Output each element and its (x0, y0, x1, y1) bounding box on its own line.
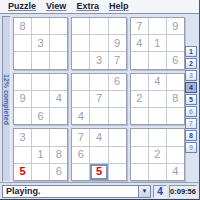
sudoku-cell-r7c2[interactable] (32, 129, 49, 145)
sudoku-cell-r5c9[interactable]: 8 (167, 91, 184, 107)
sudoku-cell-r4c6[interactable]: 6 (109, 74, 126, 90)
sudoku-cell-r6c5[interactable] (90, 108, 107, 124)
sudoku-cell-r7c3[interactable] (50, 129, 67, 145)
sudoku-cell-r1c5[interactable] (90, 18, 107, 34)
sudoku-cell-r6c9[interactable] (167, 108, 184, 124)
sudoku-cell-r6c1[interactable] (14, 108, 31, 124)
sudoku-box: 7465 (71, 128, 126, 181)
number-button-9[interactable]: 9 (185, 142, 197, 153)
sudoku-cell-r9c2[interactable] (32, 164, 49, 180)
timer: 0:09:56 (169, 185, 197, 198)
sudoku-cell-r4c5[interactable] (90, 74, 107, 90)
status-bar: Playing. ▼ 4 0:09:56 (0, 182, 199, 199)
number-button-6[interactable]: 6 (185, 106, 197, 117)
sudoku-cell-r9c4[interactable] (72, 164, 89, 180)
sudoku-cell-r8c8[interactable]: 2 (149, 147, 166, 163)
sudoku-box: 83 (13, 17, 68, 70)
sudoku-cell-r1c4[interactable] (72, 18, 89, 34)
sudoku-cell-r2c9[interactable] (167, 35, 184, 51)
sudoku-box: 79416 (130, 17, 185, 70)
sudoku-cell-r3c8[interactable] (149, 52, 166, 68)
sudoku-cell-r5c8[interactable] (149, 91, 166, 107)
sudoku-cell-r3c4[interactable] (72, 52, 89, 68)
sudoku-cell-r4c1[interactable] (14, 74, 31, 90)
sudoku-cell-r2c5[interactable] (90, 35, 107, 51)
sudoku-cell-r4c4[interactable] (72, 74, 89, 90)
sudoku-cell-r6c4[interactable]: 4 (72, 108, 89, 124)
sudoku-cell-r1c9[interactable]: 9 (167, 18, 184, 34)
number-button-7[interactable]: 7 (185, 118, 197, 129)
sudoku-cell-r3c1[interactable] (14, 52, 31, 68)
menu-item-puzzle[interactable]: Puzzle (3, 0, 41, 13)
sudoku-cell-r8c4[interactable]: 6 (72, 147, 89, 163)
sudoku-cell-r7c1[interactable]: 3 (14, 129, 31, 145)
sudoku-app-window: PuzzleViewExtraHelp 12% completed 839377… (0, 0, 200, 200)
menu-item-extra[interactable]: Extra (71, 0, 104, 13)
sudoku-cell-r8c6[interactable] (109, 147, 126, 163)
sudoku-cell-r7c5[interactable]: 4 (90, 129, 107, 145)
sudoku-cell-r9c8[interactable] (149, 164, 166, 180)
status-text: Playing. (3, 186, 138, 196)
sudoku-cell-r2c7[interactable]: 4 (131, 35, 148, 51)
sudoku-cell-r2c2[interactable]: 3 (32, 35, 49, 51)
sudoku-cell-r2c4[interactable] (72, 35, 89, 51)
sudoku-cell-r2c8[interactable]: 1 (149, 35, 166, 51)
number-button-2[interactable]: 2 (185, 58, 197, 69)
sudoku-cell-r1c2[interactable] (32, 18, 49, 34)
sudoku-cell-r3c3[interactable] (50, 52, 67, 68)
sudoku-cell-r7c4[interactable]: 7 (72, 129, 89, 145)
sudoku-box: 24 (130, 128, 185, 181)
sudoku-cell-r3c6[interactable]: 7 (109, 52, 126, 68)
sudoku-cell-r8c1[interactable] (14, 147, 31, 163)
menu-item-view[interactable]: View (41, 0, 71, 13)
sudoku-cell-r4c7[interactable] (131, 74, 148, 90)
sudoku-cell-r4c2[interactable] (32, 74, 49, 90)
number-button-8[interactable]: 8 (185, 130, 197, 141)
number-button-1[interactable]: 1 (185, 46, 197, 57)
number-button-3[interactable]: 3 (185, 70, 197, 81)
progress-bar: 12% completed (2, 16, 11, 182)
sudoku-cell-r4c8[interactable]: 4 (149, 74, 166, 90)
sudoku-cell-r2c1[interactable] (14, 35, 31, 51)
sudoku-cell-r8c7[interactable] (131, 147, 148, 163)
sudoku-cell-r1c6[interactable] (109, 18, 126, 34)
sudoku-cell-r7c7[interactable] (131, 129, 148, 145)
sudoku-box: 937 (71, 17, 126, 70)
chevron-down-icon[interactable]: ▼ (138, 186, 150, 197)
sudoku-cell-r4c9[interactable] (167, 74, 184, 90)
sudoku-box: 674 (71, 73, 126, 126)
menu-item-help[interactable]: Help (104, 0, 134, 13)
sudoku-cell-r5c4[interactable] (72, 91, 89, 107)
sudoku-box: 946 (13, 73, 68, 126)
sudoku-cell-r8c5[interactable] (90, 147, 107, 163)
sudoku-cell-r9c7[interactable] (131, 164, 148, 180)
sudoku-cell-r1c8[interactable] (149, 18, 166, 34)
sudoku-cell-r8c9[interactable] (167, 147, 184, 163)
sudoku-cell-r6c2[interactable]: 6 (32, 108, 49, 124)
sudoku-box: 428 (130, 73, 185, 126)
sudoku-cell-r9c3[interactable]: 6 (50, 164, 67, 180)
sudoku-cell-r1c3[interactable] (50, 18, 67, 34)
sudoku-cell-r5c7[interactable]: 2 (131, 91, 148, 107)
current-digit-indicator: 4 (153, 185, 167, 198)
sudoku-cell-r6c3[interactable] (50, 108, 67, 124)
sudoku-cell-r2c6[interactable]: 9 (109, 35, 126, 51)
number-button-4[interactable]: 4 (185, 82, 197, 93)
sudoku-cell-r6c8[interactable] (149, 108, 166, 124)
status-dropdown[interactable]: Playing. ▼ (2, 185, 151, 198)
sudoku-cell-r5c3[interactable]: 4 (50, 91, 67, 107)
sudoku-cell-r5c5[interactable]: 7 (90, 91, 107, 107)
sudoku-cell-r9c5[interactable]: 5 (90, 164, 107, 180)
sudoku-cell-r7c9[interactable] (167, 129, 184, 145)
sudoku-cell-r5c2[interactable] (32, 91, 49, 107)
sudoku-cell-r7c6[interactable] (109, 129, 126, 145)
sudoku-cell-r6c6[interactable] (109, 108, 126, 124)
sudoku-cell-r7c8[interactable] (149, 129, 166, 145)
sudoku-cell-r5c1[interactable]: 9 (14, 91, 31, 107)
number-button-5[interactable]: 5 (185, 94, 197, 105)
sudoku-cell-r2c3[interactable] (50, 35, 67, 51)
sudoku-cell-r3c9[interactable]: 6 (167, 52, 184, 68)
sudoku-cell-r6c7[interactable] (131, 108, 148, 124)
sudoku-cell-r3c7[interactable] (131, 52, 148, 68)
sudoku-cell-r8c3[interactable]: 8 (50, 147, 67, 163)
sudoku-cell-r9c9[interactable]: 4 (167, 164, 184, 180)
sudoku-board: 839377941694667442831856746524 (13, 17, 185, 181)
menu-bar: PuzzleViewExtraHelp (0, 0, 199, 14)
sudoku-cell-r1c7[interactable]: 7 (131, 18, 148, 34)
sudoku-cell-r1c1[interactable]: 8 (14, 18, 31, 34)
sudoku-cell-r9c6[interactable] (109, 164, 126, 180)
progress-label: 12% completed (3, 74, 10, 125)
number-button-panel: 123456789 (185, 46, 197, 153)
sudoku-cell-r3c2[interactable] (32, 52, 49, 68)
sudoku-cell-r4c3[interactable] (50, 74, 67, 90)
sudoku-cell-r5c6[interactable] (109, 91, 126, 107)
sudoku-cell-r3c5[interactable]: 3 (90, 52, 107, 68)
sudoku-cell-r8c2[interactable]: 1 (32, 147, 49, 163)
sudoku-box: 31856 (13, 128, 68, 181)
sudoku-cell-r9c1[interactable]: 5 (14, 164, 31, 180)
